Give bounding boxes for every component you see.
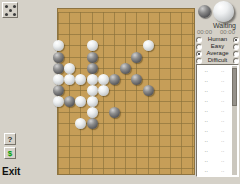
black-move-cell: ·· xyxy=(198,146,215,156)
move-row[interactable]: ···· xyxy=(198,146,231,156)
black-move-cell: ·· xyxy=(198,76,215,86)
white-stone xyxy=(98,85,109,96)
white-stone xyxy=(64,74,75,85)
white-stone xyxy=(87,85,98,96)
exit-button[interactable]: Exit xyxy=(2,166,20,177)
move-row[interactable]: ···· xyxy=(198,166,231,175)
help-button-label: ? xyxy=(8,135,13,144)
white-stone xyxy=(87,74,98,85)
white-move-cell: ·· xyxy=(215,166,232,175)
skill-label: Human xyxy=(202,36,233,43)
white-move-cell: ·· xyxy=(215,156,232,166)
move-row[interactable]: ···· xyxy=(198,66,231,76)
skill-row-easy: Easy xyxy=(196,43,239,50)
black-move-cell: ·· xyxy=(198,156,215,166)
board-grid xyxy=(58,12,194,174)
black-stone xyxy=(131,52,142,63)
black-move-cell: ·· xyxy=(198,106,215,116)
black-stone xyxy=(87,63,98,74)
white-stone xyxy=(87,40,98,51)
black-stone xyxy=(143,85,154,96)
white-timer: 00:00 xyxy=(220,29,235,35)
move-row[interactable]: ···· xyxy=(198,76,231,86)
black-stone xyxy=(120,63,131,74)
black-move-cell: ·· xyxy=(198,96,215,106)
white-stone xyxy=(98,74,109,85)
black-stone xyxy=(87,118,98,129)
move-list-scrollbar[interactable] xyxy=(232,66,237,175)
skill-label: Difficult xyxy=(202,57,233,64)
skill-row-human: Human xyxy=(196,36,239,43)
black-move-cell: ·· xyxy=(198,66,215,76)
white-stone xyxy=(87,107,98,118)
five-dots-icon xyxy=(9,9,12,12)
white-move-cell: ·· xyxy=(215,146,232,156)
white-move-cell: ·· xyxy=(215,96,232,106)
white-move-cell: ·· xyxy=(215,76,232,86)
move-rows: ········································… xyxy=(198,66,231,175)
skill-label: Average xyxy=(202,50,233,57)
black-move-cell: ·· xyxy=(198,166,215,175)
white-stone xyxy=(64,63,75,74)
move-row[interactable]: ···· xyxy=(198,86,231,96)
move-row[interactable]: ···· xyxy=(198,136,231,146)
white-stone xyxy=(53,74,64,85)
black-stone xyxy=(53,85,64,96)
skill-label: Easy xyxy=(202,43,233,50)
white-skill-radio-human[interactable] xyxy=(233,37,239,43)
white-skill-radio-average[interactable] xyxy=(233,51,239,57)
white-skill-radio-difficult[interactable] xyxy=(233,58,239,64)
black-skill-radio-human[interactable] xyxy=(196,37,202,43)
skill-selector: HumanEasyAverageDifficult xyxy=(196,36,239,64)
black-stone xyxy=(87,52,98,63)
black-timer: 00:00 xyxy=(197,29,212,35)
move-list[interactable]: ········································… xyxy=(196,64,239,177)
white-stone xyxy=(87,96,98,107)
move-row[interactable]: ···· xyxy=(198,126,231,136)
scrollbar-thumb[interactable] xyxy=(232,68,237,106)
white-player-stone-icon xyxy=(213,1,234,22)
game-window: ? $ Exit Waiting 00:00 00:00 HumanEasyAv… xyxy=(0,0,240,184)
move-row[interactable]: ···· xyxy=(198,96,231,106)
black-move-cell: ·· xyxy=(198,126,215,136)
new-game-button[interactable] xyxy=(2,2,18,18)
white-move-cell: ·· xyxy=(215,106,232,116)
white-move-cell: ·· xyxy=(215,126,232,136)
black-stone xyxy=(53,52,64,63)
skill-row-average: Average xyxy=(196,50,239,57)
move-row[interactable]: ···· xyxy=(198,156,231,166)
hint-button[interactable]: $ xyxy=(4,147,16,159)
black-stone xyxy=(109,74,120,85)
help-button[interactable]: ? xyxy=(4,133,16,145)
white-move-cell: ·· xyxy=(215,86,232,96)
move-row[interactable]: ···· xyxy=(198,116,231,126)
side-panel: Waiting 00:00 00:00 HumanEasyAverageDiff… xyxy=(195,0,240,184)
black-move-cell: ·· xyxy=(198,86,215,96)
gomoku-board[interactable] xyxy=(57,8,195,175)
status-text: Waiting xyxy=(213,22,236,29)
black-stone xyxy=(53,63,64,74)
white-stone xyxy=(143,40,154,51)
black-move-cell: ·· xyxy=(198,116,215,126)
move-row[interactable]: ···· xyxy=(198,106,231,116)
black-move-cell: ·· xyxy=(198,136,215,146)
black-player-stone-icon xyxy=(198,5,211,18)
black-skill-radio-average[interactable] xyxy=(196,51,202,57)
skill-row-difficult: Difficult xyxy=(196,57,239,64)
white-move-cell: ·· xyxy=(215,136,232,146)
black-skill-radio-easy[interactable] xyxy=(196,44,202,50)
white-move-cell: ·· xyxy=(215,116,232,126)
white-skill-radio-easy[interactable] xyxy=(233,44,239,50)
dollar-icon: $ xyxy=(8,149,12,158)
white-move-cell: ·· xyxy=(215,66,232,76)
black-skill-radio-difficult[interactable] xyxy=(196,58,202,64)
